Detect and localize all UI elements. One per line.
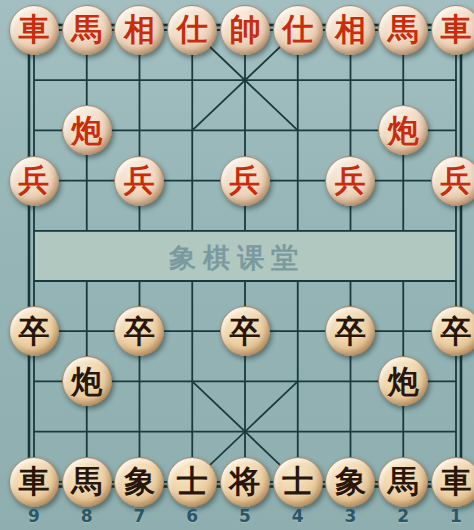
piece-black-chariot[interactable]: 車 [9,457,59,507]
piece-red-soldier[interactable]: 兵 [325,156,375,206]
piece-black-chariot[interactable]: 車 [431,457,474,507]
piece-black-horse[interactable]: 馬 [378,457,428,507]
piece-black-advisor[interactable]: 士 [167,457,217,507]
piece-glyph: 象 [335,466,366,497]
file-label-9: 9 [8,506,61,528]
piece-red-soldier[interactable]: 兵 [220,156,270,206]
piece-red-soldier[interactable]: 兵 [431,156,474,206]
piece-glyph: 仕 [282,14,313,45]
piece-glyph: 炮 [388,115,419,146]
piece-red-chariot[interactable]: 車 [431,5,474,55]
pieces-layer: 車馬相仕帥仕相馬車炮炮兵兵兵兵兵卒卒卒卒卒炮炮車馬象士将士象馬車 [8,5,474,507]
piece-glyph: 車 [440,14,471,45]
piece-glyph: 卒 [229,316,260,347]
piece-glyph: 炮 [71,366,102,397]
piece-glyph: 馬 [71,14,102,45]
file-label-4: 4 [271,506,324,528]
file-label-5: 5 [219,506,272,528]
piece-black-advisor[interactable]: 士 [273,457,323,507]
piece-red-chariot[interactable]: 車 [9,5,59,55]
piece-glyph: 馬 [388,14,419,45]
file-label-2: 2 [377,506,430,528]
piece-glyph: 士 [282,466,313,497]
piece-glyph: 炮 [388,366,419,397]
piece-glyph: 車 [18,14,49,45]
piece-glyph: 兵 [335,165,366,196]
piece-black-soldier[interactable]: 卒 [431,306,474,356]
file-label-3: 3 [324,506,377,528]
piece-glyph: 卒 [18,316,49,347]
piece-glyph: 象 [124,466,155,497]
piece-glyph: 仕 [177,14,208,45]
piece-black-elephant[interactable]: 象 [325,457,375,507]
piece-black-horse[interactable]: 馬 [62,457,112,507]
piece-black-soldier[interactable]: 卒 [325,306,375,356]
file-label-8: 8 [60,506,113,528]
piece-glyph: 炮 [71,115,102,146]
piece-red-advisor[interactable]: 仕 [273,5,323,55]
piece-glyph: 兵 [124,165,155,196]
piece-red-advisor[interactable]: 仕 [167,5,217,55]
piece-glyph: 車 [18,466,49,497]
piece-glyph: 将 [229,466,260,497]
piece-glyph: 兵 [229,165,260,196]
piece-glyph: 車 [440,466,471,497]
piece-glyph: 卒 [335,316,366,347]
file-label-1: 1 [430,506,474,528]
piece-black-cannon[interactable]: 炮 [378,356,428,406]
piece-glyph: 兵 [440,165,471,196]
file-labels-row: 987654321 [8,506,474,528]
piece-glyph: 馬 [71,466,102,497]
piece-red-horse[interactable]: 馬 [62,5,112,55]
piece-red-soldier[interactable]: 兵 [9,156,59,206]
piece-red-horse[interactable]: 馬 [378,5,428,55]
piece-black-soldier[interactable]: 卒 [9,306,59,356]
piece-glyph: 士 [177,466,208,497]
piece-black-cannon[interactable]: 炮 [62,356,112,406]
piece-red-general[interactable]: 帥 [220,5,270,55]
piece-black-elephant[interactable]: 象 [114,457,164,507]
piece-glyph: 帥 [229,14,260,45]
piece-red-cannon[interactable]: 炮 [378,105,428,155]
piece-glyph: 相 [124,14,155,45]
file-label-7: 7 [113,506,166,528]
piece-glyph: 卒 [124,316,155,347]
piece-red-soldier[interactable]: 兵 [114,156,164,206]
piece-glyph: 卒 [440,316,471,347]
file-label-6: 6 [166,506,219,528]
piece-red-cannon[interactable]: 炮 [62,105,112,155]
piece-red-elephant[interactable]: 相 [114,5,164,55]
piece-black-soldier[interactable]: 卒 [220,306,270,356]
xiangqi-board: 象棋课堂 車馬相仕帥仕相馬車炮炮兵兵兵兵兵卒卒卒卒卒炮炮車馬象士将士象馬車 98… [0,0,474,530]
piece-glyph: 馬 [388,466,419,497]
piece-glyph: 相 [335,14,366,45]
piece-black-general[interactable]: 将 [220,457,270,507]
piece-black-soldier[interactable]: 卒 [114,306,164,356]
piece-red-elephant[interactable]: 相 [325,5,375,55]
piece-glyph: 兵 [18,165,49,196]
